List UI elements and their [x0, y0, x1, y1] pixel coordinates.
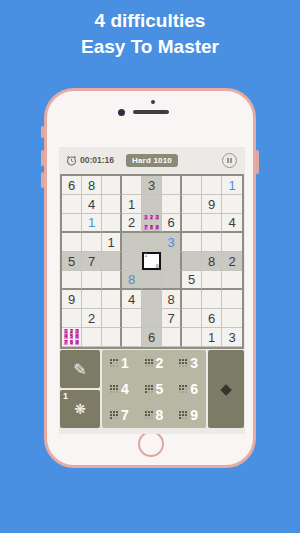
numpad-digit-label: 7	[121, 407, 129, 423]
sudoku-cell-r2c9[interactable]	[222, 195, 242, 214]
sudoku-cell-r8c1[interactable]	[62, 309, 82, 328]
eraser-icon: ◆	[220, 380, 232, 398]
sudoku-cell-r8c6[interactable]: 7	[162, 309, 182, 328]
sudoku-cell-r3c1[interactable]	[62, 214, 82, 233]
sudoku-cell-r2c8[interactable]: 9	[202, 195, 222, 214]
timer: 00:01:16	[66, 155, 114, 166]
numpad-digit-label: 6	[190, 381, 198, 397]
sudoku-cell-r1c1[interactable]: 6	[62, 176, 82, 195]
sudoku-cell-r9c5[interactable]: 6	[142, 328, 162, 347]
sudoku-cell-r3c7[interactable]	[182, 214, 202, 233]
difficulty-badge: Hard 1010	[126, 154, 178, 167]
sudoku-cell-r8c7[interactable]	[182, 309, 202, 328]
sudoku-cell-r8c5[interactable]	[142, 309, 162, 328]
numpad-button-3[interactable]: 3	[171, 350, 206, 376]
sudoku-cell-r8c4[interactable]	[122, 309, 142, 328]
sudoku-cell-r6c4[interactable]: 8	[122, 271, 142, 290]
remaining-count-dots	[110, 411, 119, 420]
remaining-count-dots	[179, 411, 188, 420]
alarm-clock-icon	[66, 155, 77, 166]
pencil-marks: 123789	[143, 215, 160, 230]
sudoku-cell-r1c7[interactable]	[182, 176, 202, 195]
remaining-count-dots	[110, 385, 119, 394]
sudoku-cell-r3c5[interactable]: 123789	[142, 214, 162, 233]
sudoku-cell-r9c9[interactable]: 3	[222, 328, 242, 347]
sudoku-cell-r6c5[interactable]	[142, 271, 162, 290]
numpad: 123456789	[102, 350, 206, 428]
sudoku-cell-r1c6[interactable]	[162, 176, 182, 195]
remaining-count-dots	[145, 411, 154, 420]
sudoku-cell-r1c9[interactable]: 1	[222, 176, 242, 195]
hint-button[interactable]: 1 ❋	[60, 390, 100, 428]
sudoku-cell-r3c6[interactable]: 6	[162, 214, 182, 233]
proximity-sensor	[151, 100, 155, 104]
numpad-digit-label: 3	[190, 355, 198, 371]
sudoku-cell-r7c3[interactable]	[102, 290, 122, 309]
sudoku-cell-r3c9[interactable]: 4	[222, 214, 242, 233]
sudoku-cell-r6c6[interactable]	[162, 271, 182, 290]
remaining-count-dots	[145, 359, 154, 368]
sudoku-cell-r4c6[interactable]: 3	[162, 233, 182, 252]
app-screen: 00:01:16 Hard 1010 683141912123789641357…	[59, 147, 245, 434]
numpad-button-2[interactable]: 2	[137, 350, 172, 376]
sudoku-cell-r2c2[interactable]: 4	[82, 195, 102, 214]
numpad-button-9[interactable]: 9	[171, 402, 206, 428]
sudoku-cell-r7c4[interactable]: 4	[122, 290, 142, 309]
sudoku-cell-r1c8[interactable]	[202, 176, 222, 195]
sudoku-cell-r4c7[interactable]	[182, 233, 202, 252]
sudoku-cell-r9c2[interactable]	[82, 328, 102, 347]
sudoku-cell-r2c1[interactable]	[62, 195, 82, 214]
numpad-digit-label: 2	[156, 355, 164, 371]
sudoku-cell-r8c2[interactable]: 2	[82, 309, 102, 328]
sudoku-cell-r6c8[interactable]	[202, 271, 222, 290]
sudoku-cell-r4c3[interactable]: 1	[102, 233, 122, 252]
numpad-button-6[interactable]: 6	[171, 376, 206, 402]
pencil-mode-button[interactable]: ✎	[60, 350, 100, 388]
sudoku-cell-r9c1[interactable]: 123456789	[62, 328, 82, 347]
sudoku-cell-r5c8[interactable]: 8	[202, 252, 222, 271]
sudoku-cell-r8c8[interactable]: 6	[202, 309, 222, 328]
sudoku-cell-r4c4[interactable]	[122, 233, 142, 252]
sudoku-grid: 6831419121237896413571982859482761234567…	[60, 174, 244, 349]
sudoku-cell-r8c9[interactable]	[222, 309, 242, 328]
remaining-count-dots	[179, 385, 188, 394]
remaining-count-dots	[179, 359, 188, 368]
sudoku-cell-r7c2[interactable]	[82, 290, 102, 309]
sudoku-cell-r9c4[interactable]	[122, 328, 142, 347]
sudoku-cell-r2c6[interactable]	[162, 195, 182, 214]
numpad-digit-label: 9	[190, 407, 198, 423]
sudoku-cell-r6c1[interactable]	[62, 271, 82, 290]
eraser-button[interactable]: ◆	[208, 350, 244, 428]
sudoku-cell-r5c2[interactable]: 7	[82, 252, 102, 271]
numpad-button-7[interactable]: 7	[102, 402, 137, 428]
sudoku-cell-r9c6[interactable]	[162, 328, 182, 347]
sudoku-cell-r5c1[interactable]: 5	[62, 252, 82, 271]
sudoku-cell-r6c3[interactable]	[102, 271, 122, 290]
sudoku-cell-r2c5[interactable]	[142, 195, 162, 214]
numpad-digit-label: 4	[121, 381, 129, 397]
numpad-digit-label: 8	[156, 407, 164, 423]
pencil-marks: 123456789	[63, 329, 80, 345]
remaining-count-dots	[110, 359, 119, 368]
sudoku-cell-r7c1[interactable]: 9	[62, 290, 82, 309]
sudoku-cell-r7c5[interactable]	[142, 290, 162, 309]
sudoku-cell-r7c9[interactable]	[222, 290, 242, 309]
sudoku-cell-r3c4[interactable]: 2	[122, 214, 142, 233]
sudoku-cell-r1c3[interactable]	[102, 176, 122, 195]
numpad-button-4[interactable]: 4	[102, 376, 137, 402]
sudoku-cell-r9c3[interactable]	[102, 328, 122, 347]
sudoku-cell-r4c2[interactable]	[82, 233, 102, 252]
front-camera	[118, 109, 125, 116]
sudoku-cell-r4c9[interactable]	[222, 233, 242, 252]
pencil-icon: ✎	[73, 360, 86, 379]
sudoku-cell-r5c9[interactable]: 2	[222, 252, 242, 271]
earpiece-speaker	[133, 110, 169, 114]
sudoku-cell-r6c7[interactable]: 5	[182, 271, 202, 290]
header-line-1: 4 difficulties	[0, 8, 300, 34]
sudoku-cell-r2c3[interactable]	[102, 195, 122, 214]
numpad-button-8[interactable]: 8	[137, 402, 172, 428]
sudoku-cell-r9c8[interactable]: 1	[202, 328, 222, 347]
sudoku-cell-r7c6[interactable]: 8	[162, 290, 182, 309]
home-button	[138, 431, 164, 457]
game-status-bar: 00:01:16 Hard 1010	[59, 147, 245, 173]
sudoku-cell-r3c8[interactable]	[202, 214, 222, 233]
numpad-button-1[interactable]: 1	[102, 350, 137, 376]
sudoku-cell-r1c2[interactable]: 8	[82, 176, 102, 195]
sudoku-cell-r3c3[interactable]	[102, 214, 122, 233]
hint-sparkle-icon: ❋	[74, 401, 86, 417]
sudoku-cell-r7c8[interactable]	[202, 290, 222, 309]
sudoku-cell-r9c7[interactable]	[182, 328, 202, 347]
marketing-header: 4 difficulties Easy To Master	[0, 8, 300, 60]
numpad-digit-label: 1	[121, 355, 129, 371]
sudoku-cell-r4c1[interactable]	[62, 233, 82, 252]
iphone-mockup: 00:01:16 Hard 1010 683141912123789641357…	[44, 88, 256, 468]
sudoku-cell-r5c7[interactable]	[182, 252, 202, 271]
numpad-digit-label: 5	[156, 381, 164, 397]
timer-value: 00:01:16	[80, 155, 114, 165]
sudoku-cell-r7c7[interactable]	[182, 290, 202, 309]
sudoku-cell-r5c3[interactable]	[102, 252, 122, 271]
pencil-marks: 19	[143, 253, 160, 269]
hint-count-badge: 1	[63, 391, 68, 401]
sudoku-cell-r6c2[interactable]	[82, 271, 102, 290]
sudoku-cell-r2c4[interactable]: 1	[122, 195, 142, 214]
remaining-count-dots	[145, 385, 154, 394]
power-button	[256, 150, 259, 174]
sudoku-cell-r4c8[interactable]	[202, 233, 222, 252]
pause-button[interactable]	[222, 153, 237, 168]
sudoku-cell-r1c5[interactable]: 3	[142, 176, 162, 195]
sudoku-cell-r5c4[interactable]	[122, 252, 142, 271]
numpad-button-5[interactable]: 5	[137, 376, 172, 402]
sudoku-cell-r5c5[interactable]: 19	[142, 252, 162, 271]
sudoku-cell-r6c9[interactable]	[222, 271, 242, 290]
sudoku-cell-r5c6[interactable]	[162, 252, 182, 271]
sudoku-cell-r2c7[interactable]	[182, 195, 202, 214]
sudoku-cell-r8c3[interactable]	[102, 309, 122, 328]
header-line-2: Easy To Master	[0, 34, 300, 60]
sudoku-cell-r3c2[interactable]: 1	[82, 214, 102, 233]
sudoku-cell-r4c5[interactable]	[142, 233, 162, 252]
sudoku-cell-r1c4[interactable]	[122, 176, 142, 195]
